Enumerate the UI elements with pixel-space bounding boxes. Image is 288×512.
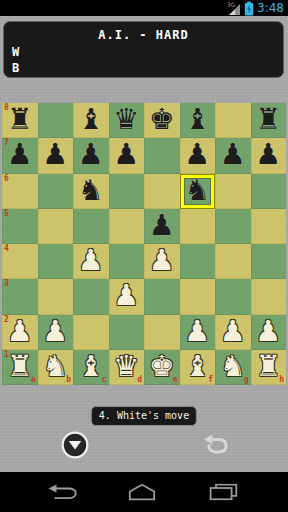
- piece-black-knight: ♞︎: [78, 176, 104, 205]
- piece-black-rook: ♜︎: [255, 105, 281, 134]
- piece-white-pawn: ♟︎: [149, 246, 175, 275]
- piece-white-bishop: ♝︎: [78, 352, 104, 381]
- square-e4[interactable]: ♟︎: [144, 244, 180, 279]
- chess-board: 8♜︎♝︎♛︎♚︎♝︎♜︎7♟︎♟︎♟︎♟︎♟︎♟︎♟︎6♞︎♞︎5♟︎4♟︎♟…: [2, 103, 286, 385]
- square-h7[interactable]: ♟︎: [251, 138, 287, 173]
- piece-black-pawn: ♟︎: [113, 140, 139, 169]
- square-c5[interactable]: [73, 209, 109, 244]
- app-screen: 3G 3:48 A.I. - HARD W B 8♜︎♝︎♛︎♚︎♝︎♜︎7♟︎…: [0, 0, 288, 512]
- square-d6[interactable]: [109, 174, 145, 209]
- piece-white-pawn: ♟︎: [113, 281, 139, 310]
- square-g1[interactable]: g♞︎: [215, 350, 251, 385]
- piece-white-pawn: ♟︎: [42, 317, 68, 346]
- square-h4[interactable]: [251, 244, 287, 279]
- square-a8[interactable]: 8♜︎: [2, 103, 38, 138]
- recents-windows-icon: [216, 485, 236, 496]
- piece-black-bishop: ♝︎: [78, 105, 104, 134]
- square-b7[interactable]: ♟︎: [38, 138, 74, 173]
- file-label-c: c: [102, 376, 107, 384]
- square-b3[interactable]: [38, 279, 74, 314]
- square-e6[interactable]: [144, 174, 180, 209]
- piece-black-pawn: ♟︎: [220, 140, 246, 169]
- square-e3[interactable]: [144, 279, 180, 314]
- move-status: 4. White's move: [91, 406, 197, 426]
- file-label-d: d: [137, 376, 142, 384]
- square-h1[interactable]: h♜︎: [251, 350, 287, 385]
- square-g7[interactable]: ♟︎: [215, 138, 251, 173]
- square-d4[interactable]: [109, 244, 145, 279]
- square-d7[interactable]: ♟︎: [109, 138, 145, 173]
- square-c6[interactable]: ♞︎: [73, 174, 109, 209]
- home-button[interactable]: [127, 484, 157, 501]
- piece-black-queen: ♛︎: [113, 105, 139, 134]
- back-button[interactable]: [47, 485, 78, 500]
- scroll-down-button[interactable]: [60, 430, 90, 464]
- rank-label-2: 2: [4, 316, 9, 324]
- square-h8[interactable]: ♜︎: [251, 103, 287, 138]
- piece-white-pawn: ♟︎: [7, 317, 33, 346]
- piece-black-bishop: ♝︎: [184, 105, 210, 134]
- rank-label-1: 1: [4, 351, 9, 359]
- piece-white-pawn: ♟︎: [184, 317, 210, 346]
- square-b2[interactable]: ♟︎: [38, 315, 74, 350]
- square-e2[interactable]: [144, 315, 180, 350]
- navigation-bar: [0, 472, 288, 512]
- square-d1[interactable]: d♛︎: [109, 350, 145, 385]
- square-c8[interactable]: ♝︎: [73, 103, 109, 138]
- recents-button[interactable]: [209, 484, 238, 501]
- square-c1[interactable]: c♝︎: [73, 350, 109, 385]
- piece-white-knight: ♞︎: [220, 352, 246, 381]
- square-h3[interactable]: [251, 279, 287, 314]
- piece-white-pawn: ♟︎: [255, 317, 281, 346]
- square-c3[interactable]: [73, 279, 109, 314]
- square-a7[interactable]: 7♟︎: [2, 138, 38, 173]
- square-d3[interactable]: ♟︎: [109, 279, 145, 314]
- piece-black-king: ♚︎: [149, 105, 175, 134]
- square-f1[interactable]: f♝︎: [180, 350, 216, 385]
- square-d5[interactable]: [109, 209, 145, 244]
- square-b4[interactable]: [38, 244, 74, 279]
- captured-row-black-label: B: [12, 61, 19, 75]
- square-d2[interactable]: [109, 315, 145, 350]
- piece-white-king: ♚︎: [149, 352, 175, 381]
- square-b5[interactable]: [38, 209, 74, 244]
- square-c2[interactable]: [73, 315, 109, 350]
- home-house-icon: [130, 485, 154, 500]
- file-label-g: g: [244, 376, 249, 384]
- square-g5[interactable]: [215, 209, 251, 244]
- network-type-label: 3G: [227, 1, 236, 8]
- piece-white-rook: ♜︎: [7, 352, 33, 381]
- piece-black-knight: ♞︎: [184, 176, 210, 205]
- square-e7[interactable]: [144, 138, 180, 173]
- square-b1[interactable]: b♞︎: [38, 350, 74, 385]
- square-g6[interactable]: [215, 174, 251, 209]
- square-f2[interactable]: ♟︎: [180, 315, 216, 350]
- square-g8[interactable]: [215, 103, 251, 138]
- square-c4[interactable]: ♟︎: [73, 244, 109, 279]
- rank-label-8: 8: [4, 104, 9, 112]
- undo-button[interactable]: [201, 432, 231, 464]
- square-f5[interactable]: [180, 209, 216, 244]
- square-a3[interactable]: 3: [2, 279, 38, 314]
- square-e1[interactable]: e♚︎: [144, 350, 180, 385]
- square-a5[interactable]: 5: [2, 209, 38, 244]
- difficulty-title: A.I. - HARD: [4, 28, 283, 42]
- square-h6[interactable]: [251, 174, 287, 209]
- piece-black-rook: ♜︎: [7, 105, 33, 134]
- square-c7[interactable]: ♟︎: [73, 138, 109, 173]
- square-f7[interactable]: ♟︎: [180, 138, 216, 173]
- file-label-e: e: [173, 376, 178, 384]
- square-e5[interactable]: ♟︎: [144, 209, 180, 244]
- square-g3[interactable]: [215, 279, 251, 314]
- square-h5[interactable]: [251, 209, 287, 244]
- square-b8[interactable]: [38, 103, 74, 138]
- rank-label-4: 4: [4, 245, 9, 253]
- battery-charging-icon: [244, 1, 254, 16]
- piece-black-pawn: ♟︎: [42, 140, 68, 169]
- file-label-f: f: [208, 376, 213, 384]
- piece-black-pawn: ♟︎: [7, 140, 33, 169]
- square-h2[interactable]: ♟︎: [251, 315, 287, 350]
- status-bar: 3G 3:48: [0, 0, 288, 16]
- square-g4[interactable]: [215, 244, 251, 279]
- piece-black-pawn: ♟︎: [78, 140, 104, 169]
- piece-black-pawn: ♟︎: [149, 211, 175, 240]
- piece-white-bishop: ♝︎: [184, 352, 210, 381]
- piece-white-pawn: ♟︎: [78, 246, 104, 275]
- square-f8[interactable]: ♝︎: [180, 103, 216, 138]
- square-a4[interactable]: 4: [2, 244, 38, 279]
- square-f4[interactable]: [180, 244, 216, 279]
- square-f6[interactable]: ♞︎: [180, 174, 216, 209]
- square-f3[interactable]: [180, 279, 216, 314]
- piece-white-knight: ♞︎: [42, 352, 68, 381]
- file-label-a: a: [31, 376, 36, 384]
- piece-white-rook: ♜︎: [255, 352, 281, 381]
- square-g2[interactable]: ♟︎: [215, 315, 251, 350]
- rank-label-3: 3: [4, 280, 9, 288]
- rank-label-6: 6: [4, 175, 9, 183]
- rank-label-7: 7: [4, 139, 9, 147]
- clock: 3:48: [257, 0, 284, 16]
- square-a2[interactable]: 2♟︎: [2, 315, 38, 350]
- square-a6[interactable]: 6: [2, 174, 38, 209]
- back-arrow-icon: [49, 485, 57, 493]
- file-label-b: b: [66, 376, 71, 384]
- game-info-panel: A.I. - HARD W B: [3, 21, 284, 78]
- piece-white-pawn: ♟︎: [220, 317, 246, 346]
- piece-black-pawn: ♟︎: [255, 140, 281, 169]
- square-a1[interactable]: 1a♜︎: [2, 350, 38, 385]
- square-d8[interactable]: ♛︎: [109, 103, 145, 138]
- captured-row-white-label: W: [12, 45, 19, 59]
- square-b6[interactable]: [38, 174, 74, 209]
- undo-arrow-icon: [201, 432, 231, 460]
- piece-black-pawn: ♟︎: [184, 140, 210, 169]
- rank-label-5: 5: [4, 210, 9, 218]
- piece-white-queen: ♛︎: [113, 352, 139, 381]
- file-label-h: h: [279, 376, 284, 384]
- square-e8[interactable]: ♚︎: [144, 103, 180, 138]
- signal-3g-icon: 3G: [227, 0, 241, 16]
